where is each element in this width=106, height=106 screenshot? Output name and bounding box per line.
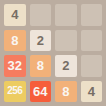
tile-32-r3c1: 32 bbox=[4, 55, 26, 77]
tile-8-r3c2: 8 bbox=[30, 55, 52, 77]
tile-2-r2c2: 2 bbox=[30, 30, 52, 52]
tile-2-r3c3: 2 bbox=[55, 55, 77, 77]
empty-cell-r2c3 bbox=[55, 30, 77, 52]
tile-4-r1c1: 4 bbox=[4, 4, 26, 26]
tile-64-r4c2: 64 bbox=[30, 81, 52, 103]
tile-8-r4c3: 8 bbox=[55, 81, 77, 103]
empty-cell-r1c2 bbox=[30, 4, 52, 26]
tile-4-r4c4: 4 bbox=[81, 81, 103, 103]
tile-8-r2c1: 8 bbox=[4, 30, 26, 52]
tile-256-r4c1: 256 bbox=[4, 81, 26, 103]
empty-cell-r1c4 bbox=[81, 4, 103, 26]
2048-board[interactable]: 48232822566484 bbox=[0, 0, 106, 106]
empty-cell-r2c4 bbox=[81, 30, 103, 52]
empty-cell-r3c4 bbox=[81, 55, 103, 77]
empty-cell-r1c3 bbox=[55, 4, 77, 26]
